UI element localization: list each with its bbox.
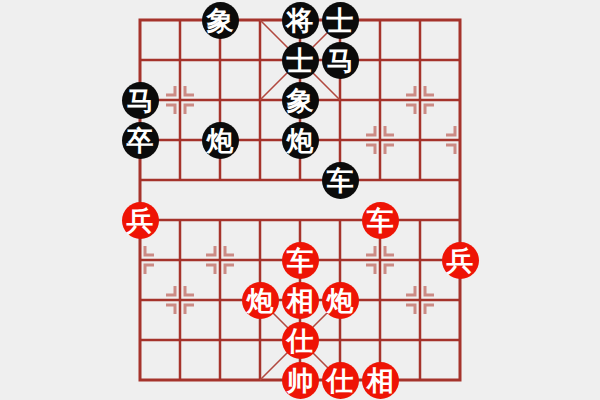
black-advisor-piece[interactable]: 士	[282, 42, 319, 79]
black-horse-piece[interactable]: 马	[322, 42, 359, 79]
red-general-piece[interactable]: 帅	[282, 362, 319, 399]
black-horse-piece[interactable]: 马	[122, 82, 159, 119]
red-cannon-piece[interactable]: 炮	[322, 282, 359, 319]
black-soldier-piece[interactable]: 卒	[122, 122, 159, 159]
red-elephant-piece[interactable]: 相	[282, 282, 319, 319]
black-elephant-piece[interactable]: 象	[282, 82, 319, 119]
red-rook-piece[interactable]: 车	[362, 202, 399, 239]
red-advisor-piece[interactable]: 仕	[322, 362, 359, 399]
xiangqi-board[interactable]: 象将士士马马象卒炮炮车兵车车兵炮相炮仕帅仕相	[0, 0, 600, 400]
red-soldier-piece[interactable]: 兵	[122, 202, 159, 239]
black-general-piece[interactable]: 将	[282, 2, 319, 39]
black-cannon-piece[interactable]: 炮	[202, 122, 239, 159]
red-soldier-piece[interactable]: 兵	[442, 242, 479, 279]
red-rook-piece[interactable]: 车	[282, 242, 319, 279]
red-elephant-piece[interactable]: 相	[362, 362, 399, 399]
xiangqi-app-screen: 象将士士马马象卒炮炮车兵车车兵炮相炮仕帅仕相	[0, 0, 600, 400]
pieces-layer: 象将士士马马象卒炮炮车兵车车兵炮相炮仕帅仕相	[120, 0, 480, 400]
black-elephant-piece[interactable]: 象	[202, 2, 239, 39]
red-advisor-piece[interactable]: 仕	[282, 322, 319, 359]
red-cannon-piece[interactable]: 炮	[242, 282, 279, 319]
black-advisor-piece[interactable]: 士	[322, 2, 359, 39]
black-cannon-piece[interactable]: 炮	[282, 122, 319, 159]
black-rook-piece[interactable]: 车	[322, 162, 359, 199]
